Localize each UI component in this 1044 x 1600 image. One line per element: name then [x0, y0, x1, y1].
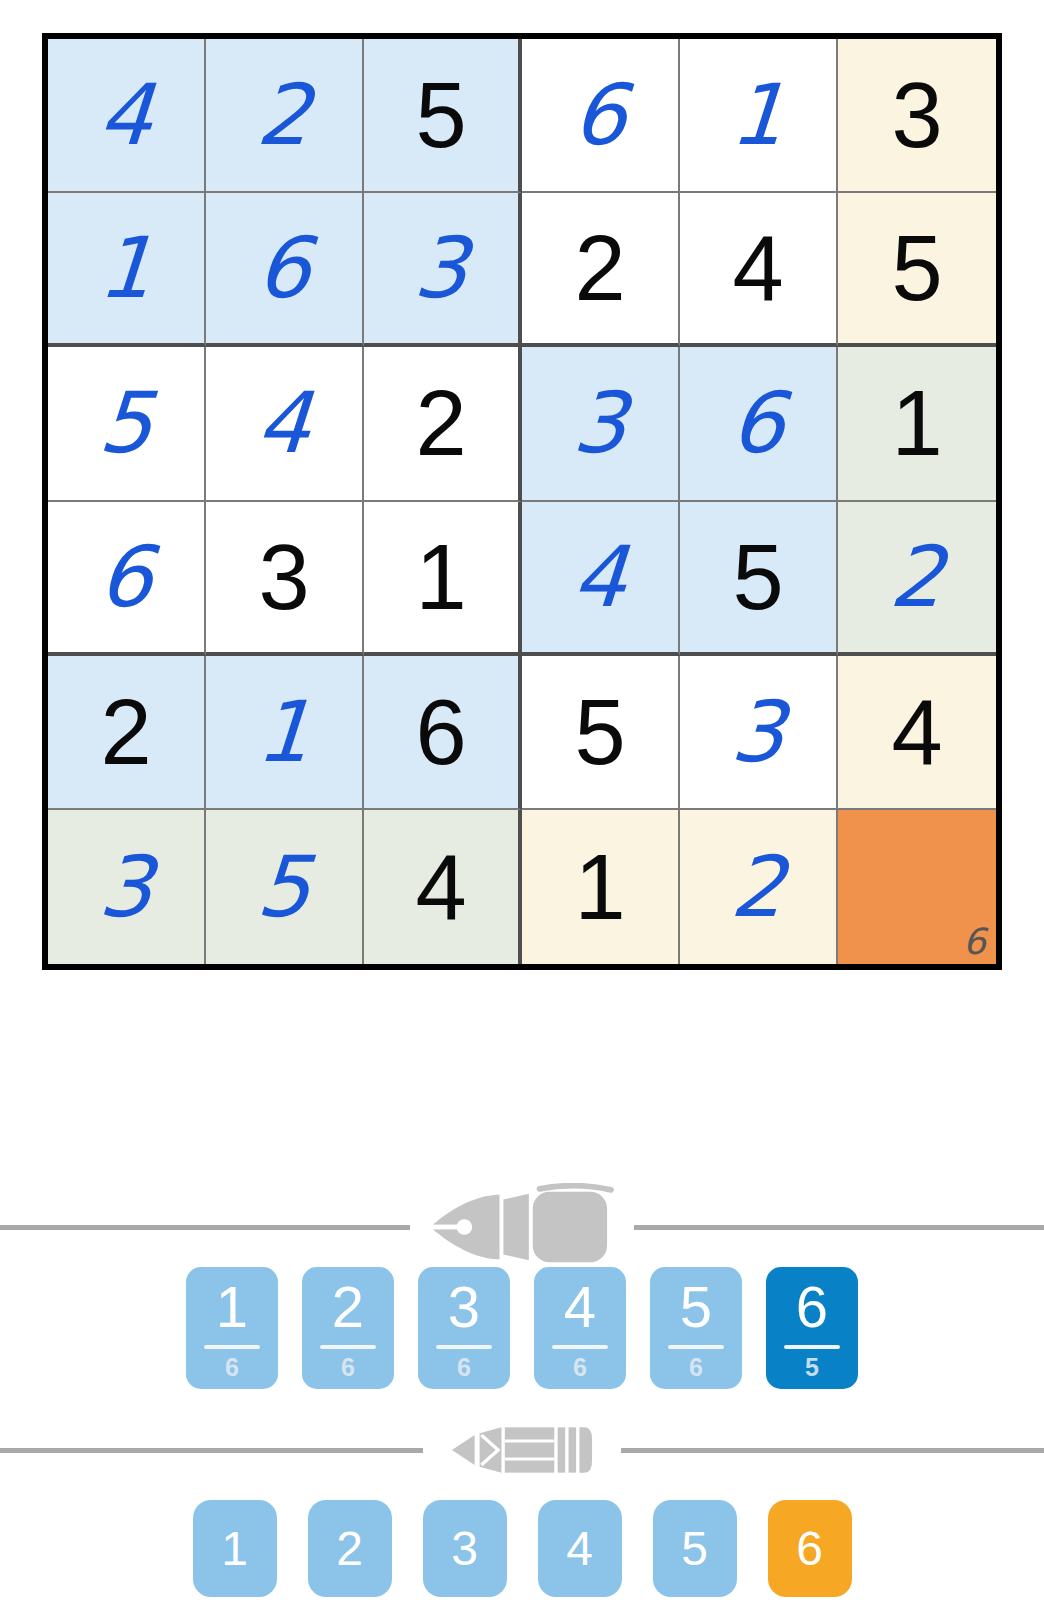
pen-button-label: 6 [796, 1278, 828, 1336]
cell-value: 5 [415, 69, 466, 161]
pencil-button-label: 5 [681, 1521, 708, 1576]
cell-r4c2[interactable]: 3 [206, 502, 364, 656]
cell-value: 6 [254, 226, 313, 310]
pen-number-row: 1 6 2 6 3 6 4 6 5 6 6 5 [0, 1267, 1044, 1389]
cell-value: 1 [415, 531, 466, 623]
cell-value: 4 [96, 73, 155, 157]
cell-value: 5 [732, 531, 783, 623]
cell-value: 5 [891, 222, 942, 314]
cell-value: 1 [574, 841, 625, 933]
pencil-icon [423, 1424, 621, 1476]
cell-r1c1[interactable]: 4 [48, 39, 206, 193]
cell-r5c1[interactable]: 2 [48, 656, 206, 810]
cell-value: 6 [415, 686, 466, 778]
cell-value: 4 [570, 535, 629, 619]
pen-number-button-3[interactable]: 3 6 [418, 1267, 510, 1389]
pen-button-label: 1 [216, 1278, 248, 1336]
cell-value: 2 [100, 686, 151, 778]
cell-r2c4[interactable]: 2 [522, 193, 680, 347]
pencil-mark-note: 6 [963, 924, 986, 960]
fraction-bar [436, 1345, 492, 1349]
cell-r4c5[interactable]: 5 [680, 502, 838, 656]
cell-value: 6 [728, 381, 787, 465]
fraction-bar [668, 1345, 724, 1349]
cell-value: 6 [570, 73, 629, 157]
cell-r5c4[interactable]: 5 [522, 656, 680, 810]
pencil-number-button-4[interactable]: 4 [538, 1500, 622, 1597]
cell-r2c3[interactable]: 3 [364, 193, 522, 347]
cell-r3c4[interactable]: 3 [522, 347, 680, 501]
cell-r6c6-selected[interactable]: 6 [838, 810, 996, 964]
cell-r1c4[interactable]: 6 [522, 39, 680, 193]
pencil-number-button-6[interactable]: 6 [768, 1500, 852, 1597]
cell-value: 4 [732, 222, 783, 314]
pencil-button-label: 4 [566, 1521, 593, 1576]
cell-r3c6[interactable]: 1 [838, 347, 996, 501]
pen-button-label: 5 [680, 1278, 712, 1336]
cell-r2c2[interactable]: 6 [206, 193, 364, 347]
cell-r3c1[interactable]: 5 [48, 347, 206, 501]
cell-r6c5[interactable]: 2 [680, 810, 838, 964]
cell-r4c4[interactable]: 4 [522, 502, 680, 656]
pen-button-count: 6 [457, 1355, 471, 1380]
pencil-button-label: 2 [336, 1521, 363, 1576]
pen-button-count: 6 [341, 1355, 355, 1380]
cell-r5c2[interactable]: 1 [206, 656, 364, 810]
cell-r3c3[interactable]: 2 [364, 347, 522, 501]
cell-value: 4 [891, 686, 942, 778]
cell-value: 5 [254, 845, 313, 929]
cell-value: 3 [411, 226, 470, 310]
cell-r2c1[interactable]: 1 [48, 193, 206, 347]
pen-button-label: 3 [448, 1278, 480, 1336]
pen-button-count: 6 [225, 1355, 239, 1380]
cell-r4c6[interactable]: 2 [838, 502, 996, 656]
cell-r6c4[interactable]: 1 [522, 810, 680, 964]
pen-button-count: 5 [805, 1355, 819, 1380]
pencil-number-row: 1 2 3 4 5 6 [0, 1500, 1044, 1597]
pencil-button-label: 1 [221, 1521, 248, 1576]
pencil-number-button-5[interactable]: 5 [653, 1500, 737, 1597]
pencil-button-label: 6 [796, 1521, 823, 1576]
pen-button-label: 2 [332, 1278, 364, 1336]
pen-number-button-6[interactable]: 6 5 [766, 1267, 858, 1389]
fraction-bar [204, 1345, 260, 1349]
cell-r3c2[interactable]: 4 [206, 347, 364, 501]
pencil-number-button-3[interactable]: 3 [423, 1500, 507, 1597]
cell-r1c6[interactable]: 3 [838, 39, 996, 193]
cell-value: 2 [254, 73, 313, 157]
cell-value: 2 [415, 377, 466, 469]
cell-r6c2[interactable]: 5 [206, 810, 364, 964]
cell-value: 4 [415, 841, 466, 933]
pen-button-label: 4 [564, 1278, 596, 1336]
pencil-tool-divider [0, 1424, 1044, 1476]
cell-r5c6[interactable]: 4 [838, 656, 996, 810]
cell-value: 2 [574, 222, 625, 314]
cell-r5c3[interactable]: 6 [364, 656, 522, 810]
cell-value: 5 [574, 686, 625, 778]
cell-r6c3[interactable]: 4 [364, 810, 522, 964]
cell-value: 1 [96, 226, 155, 310]
cell-r1c2[interactable]: 2 [206, 39, 364, 193]
fraction-bar [552, 1345, 608, 1349]
pen-number-button-1[interactable]: 1 6 [186, 1267, 278, 1389]
cell-value: 2 [728, 845, 787, 929]
cell-value: 3 [258, 531, 309, 623]
pen-tool-divider [0, 1183, 1044, 1271]
cell-r4c1[interactable]: 6 [48, 502, 206, 656]
cell-r2c5[interactable]: 4 [680, 193, 838, 347]
cell-value: 3 [96, 845, 155, 929]
cell-value: 4 [254, 381, 313, 465]
cell-value: 1 [728, 73, 787, 157]
pen-number-button-4[interactable]: 4 6 [534, 1267, 626, 1389]
pencil-number-button-1[interactable]: 1 [193, 1500, 277, 1597]
cell-value: 3 [570, 381, 629, 465]
cell-value: 1 [254, 690, 313, 774]
cell-r4c3[interactable]: 1 [364, 502, 522, 656]
fountain-pen-icon [410, 1183, 634, 1271]
cell-value: 6 [96, 535, 155, 619]
cell-value: 3 [728, 690, 787, 774]
pen-number-button-5[interactable]: 5 6 [650, 1267, 742, 1389]
cell-r5c5[interactable]: 3 [680, 656, 838, 810]
cell-value: 1 [891, 377, 942, 469]
pen-number-button-2[interactable]: 2 6 [302, 1267, 394, 1389]
cell-r1c5[interactable]: 1 [680, 39, 838, 193]
cell-value: 3 [891, 69, 942, 161]
cell-value: 2 [887, 535, 946, 619]
pencil-button-label: 3 [451, 1521, 478, 1576]
fraction-bar [784, 1345, 840, 1349]
pencil-number-button-2[interactable]: 2 [308, 1500, 392, 1597]
cell-value: 5 [96, 381, 155, 465]
pen-button-count: 6 [689, 1355, 703, 1380]
fraction-bar [320, 1345, 376, 1349]
sudoku-board: 4 2 5 6 1 3 1 6 3 2 4 5 5 4 2 3 6 1 6 3 … [42, 33, 1002, 970]
cell-r1c3[interactable]: 5 [364, 39, 522, 193]
cell-r3c5[interactable]: 6 [680, 347, 838, 501]
pen-button-count: 6 [573, 1355, 587, 1380]
cell-r2c6[interactable]: 5 [838, 193, 996, 347]
cell-r6c1[interactable]: 3 [48, 810, 206, 964]
